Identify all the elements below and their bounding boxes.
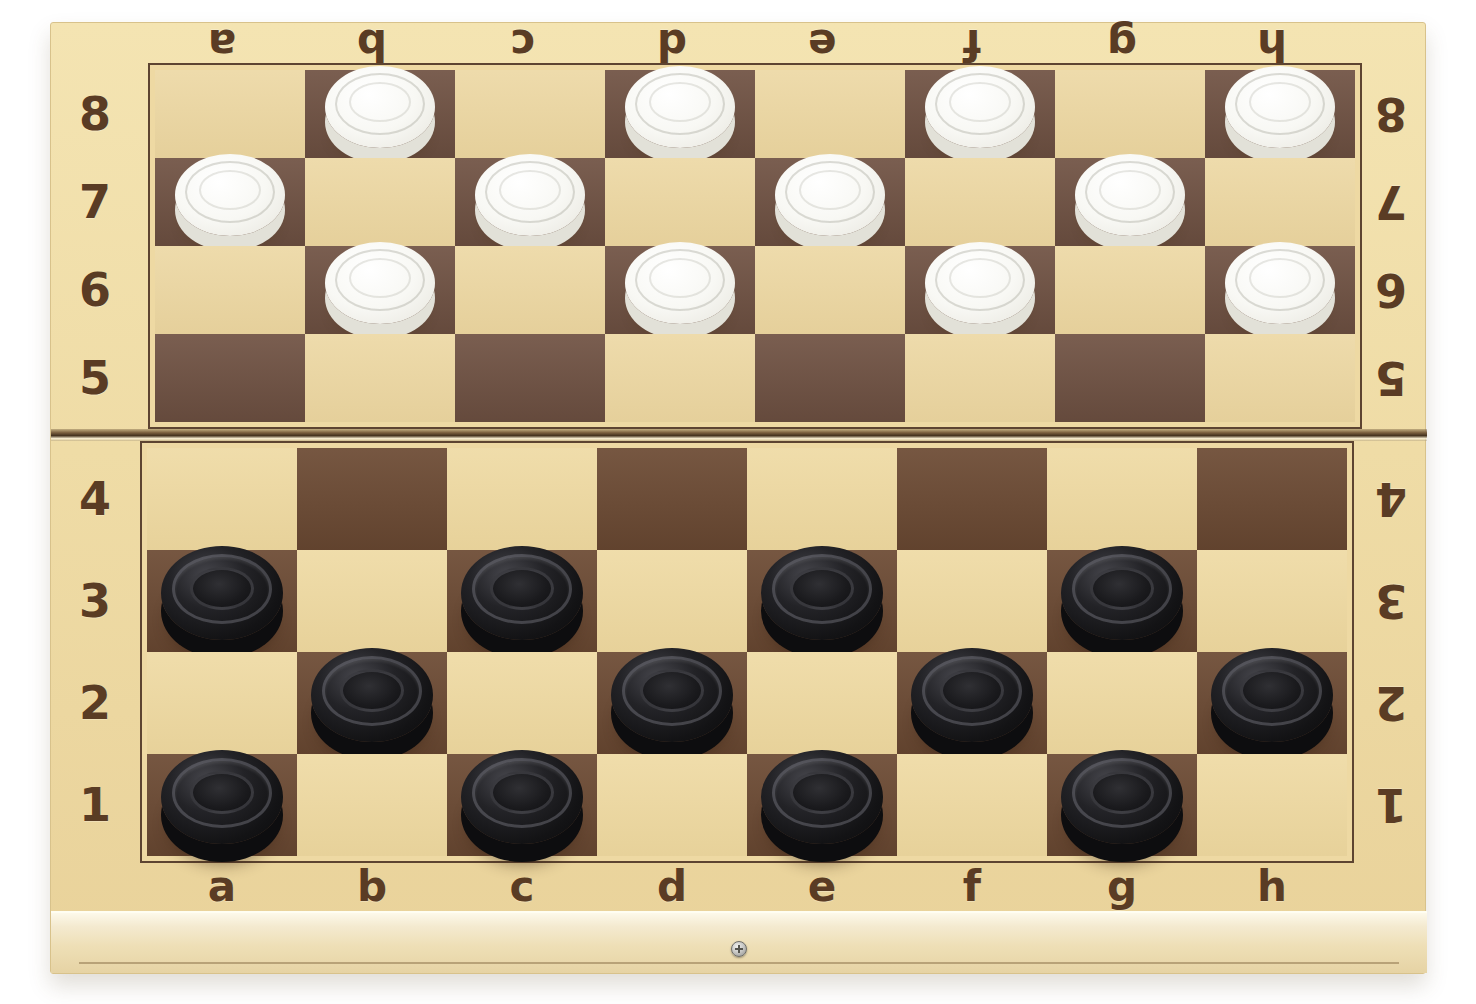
file-label-top-d: d bbox=[657, 23, 687, 65]
square-c5[interactable] bbox=[455, 334, 605, 422]
rank-labels-right-bottom: 4321 bbox=[1355, 441, 1427, 863]
white-checker-b8[interactable] bbox=[325, 66, 435, 148]
square-e6[interactable] bbox=[755, 246, 905, 334]
white-checker-d6[interactable] bbox=[625, 242, 735, 324]
black-checker-a1[interactable] bbox=[161, 750, 283, 844]
file-label-bottom-c: c bbox=[510, 866, 535, 908]
white-checker-f8[interactable] bbox=[925, 66, 1035, 148]
square-c1[interactable] bbox=[447, 754, 597, 856]
file-label-bottom-g: g bbox=[1107, 866, 1137, 908]
board-photo: abcdefgh 8765 8765 4321 4321 abcdefgh bbox=[0, 0, 1476, 1004]
rank-label-left-2: 2 bbox=[79, 680, 111, 726]
black-checker-g1[interactable] bbox=[1061, 750, 1183, 844]
white-checker-e7[interactable] bbox=[775, 154, 885, 236]
square-f5[interactable] bbox=[905, 334, 1055, 422]
square-d3[interactable] bbox=[597, 550, 747, 652]
square-f8[interactable] bbox=[905, 70, 1055, 158]
square-e7[interactable] bbox=[755, 158, 905, 246]
square-d8[interactable] bbox=[605, 70, 755, 158]
square-e4[interactable] bbox=[747, 448, 897, 550]
square-c3[interactable] bbox=[447, 550, 597, 652]
square-g5[interactable] bbox=[1055, 334, 1205, 422]
square-f3[interactable] bbox=[897, 550, 1047, 652]
square-h1[interactable] bbox=[1197, 754, 1347, 856]
black-checker-c3[interactable] bbox=[461, 546, 583, 640]
rank-label-left-3: 3 bbox=[79, 578, 111, 624]
file-label-top-b: b bbox=[357, 23, 387, 65]
square-c4[interactable] bbox=[447, 448, 597, 550]
square-c6[interactable] bbox=[455, 246, 605, 334]
file-labels-bottom: abcdefgh bbox=[139, 863, 1355, 911]
square-e8[interactable] bbox=[755, 70, 905, 158]
white-checker-c7[interactable] bbox=[475, 154, 585, 236]
square-d4[interactable] bbox=[597, 448, 747, 550]
file-label-top-e: e bbox=[808, 23, 837, 65]
front-edge-groove bbox=[79, 962, 1400, 964]
square-e2[interactable] bbox=[747, 652, 897, 754]
square-h4[interactable] bbox=[1197, 448, 1347, 550]
file-label-bottom-a: a bbox=[208, 866, 236, 908]
rank-labels-left-bottom: 4321 bbox=[51, 441, 139, 863]
black-checker-a3[interactable] bbox=[161, 546, 283, 640]
checkers-board: abcdefgh 8765 8765 4321 4321 abcdefgh bbox=[50, 22, 1426, 974]
white-checker-h8[interactable] bbox=[1225, 66, 1335, 148]
board-upper-half bbox=[148, 63, 1362, 429]
square-f2[interactable] bbox=[897, 652, 1047, 754]
square-d5[interactable] bbox=[605, 334, 755, 422]
square-a5[interactable] bbox=[155, 334, 305, 422]
white-checker-d8[interactable] bbox=[625, 66, 735, 148]
board-lower-half bbox=[140, 441, 1354, 863]
rank-label-right-1: 1 bbox=[1375, 782, 1407, 828]
white-checker-f6[interactable] bbox=[925, 242, 1035, 324]
square-c2[interactable] bbox=[447, 652, 597, 754]
square-g7[interactable] bbox=[1055, 158, 1205, 246]
file-label-top-c: c bbox=[510, 23, 535, 65]
square-g6[interactable] bbox=[1055, 246, 1205, 334]
rank-labels-left-top: 8765 bbox=[51, 63, 139, 429]
rank-label-right-7: 7 bbox=[1375, 179, 1407, 225]
white-checker-b6[interactable] bbox=[325, 242, 435, 324]
square-d1[interactable] bbox=[597, 754, 747, 856]
square-c7[interactable] bbox=[455, 158, 605, 246]
rank-label-right-4: 4 bbox=[1375, 476, 1407, 522]
square-a3[interactable] bbox=[147, 550, 297, 652]
black-checker-c1[interactable] bbox=[461, 750, 583, 844]
square-b7[interactable] bbox=[305, 158, 455, 246]
black-checker-d2[interactable] bbox=[611, 648, 733, 742]
square-b2[interactable] bbox=[297, 652, 447, 754]
file-label-top-g: g bbox=[1107, 23, 1137, 65]
square-h3[interactable] bbox=[1197, 550, 1347, 652]
square-a1[interactable] bbox=[147, 754, 297, 856]
square-g2[interactable] bbox=[1047, 652, 1197, 754]
file-label-bottom-e: e bbox=[808, 866, 837, 908]
square-c8[interactable] bbox=[455, 70, 605, 158]
square-h7[interactable] bbox=[1205, 158, 1355, 246]
black-checker-h2[interactable] bbox=[1211, 648, 1333, 742]
rank-label-left-4: 4 bbox=[79, 476, 111, 522]
file-labels-top: abcdefgh bbox=[139, 23, 1355, 63]
hinge-seam bbox=[51, 429, 1427, 441]
square-g4[interactable] bbox=[1047, 448, 1197, 550]
square-a4[interactable] bbox=[147, 448, 297, 550]
rank-labels-right-top: 8765 bbox=[1355, 63, 1427, 429]
black-checker-e3[interactable] bbox=[761, 546, 883, 640]
square-h5[interactable] bbox=[1205, 334, 1355, 422]
square-b4[interactable] bbox=[297, 448, 447, 550]
square-g3[interactable] bbox=[1047, 550, 1197, 652]
rank-label-right-8: 8 bbox=[1375, 91, 1407, 137]
square-f1[interactable] bbox=[897, 754, 1047, 856]
square-d7[interactable] bbox=[605, 158, 755, 246]
black-checker-g3[interactable] bbox=[1061, 546, 1183, 640]
rank-label-right-2: 2 bbox=[1375, 680, 1407, 726]
file-label-top-f: f bbox=[963, 23, 981, 65]
hinge-screw-icon bbox=[731, 941, 747, 957]
square-h8[interactable] bbox=[1205, 70, 1355, 158]
square-b6[interactable] bbox=[305, 246, 455, 334]
white-checker-a7[interactable] bbox=[175, 154, 285, 236]
square-d6[interactable] bbox=[605, 246, 755, 334]
square-h6[interactable] bbox=[1205, 246, 1355, 334]
black-checker-b2[interactable] bbox=[311, 648, 433, 742]
rank-label-left-1: 1 bbox=[79, 782, 111, 828]
square-d2[interactable] bbox=[597, 652, 747, 754]
square-g1[interactable] bbox=[1047, 754, 1197, 856]
square-a2[interactable] bbox=[147, 652, 297, 754]
square-g8[interactable] bbox=[1055, 70, 1205, 158]
black-checker-e1[interactable] bbox=[761, 750, 883, 844]
square-f6[interactable] bbox=[905, 246, 1055, 334]
square-a6[interactable] bbox=[155, 246, 305, 334]
white-checker-g7[interactable] bbox=[1075, 154, 1185, 236]
square-a8[interactable] bbox=[155, 70, 305, 158]
file-label-bottom-d: d bbox=[657, 866, 687, 908]
square-e1[interactable] bbox=[747, 754, 897, 856]
file-label-bottom-f: f bbox=[963, 866, 981, 908]
square-b5[interactable] bbox=[305, 334, 455, 422]
rank-label-right-5: 5 bbox=[1375, 355, 1407, 401]
square-a7[interactable] bbox=[155, 158, 305, 246]
square-f7[interactable] bbox=[905, 158, 1055, 246]
file-label-bottom-b: b bbox=[357, 866, 387, 908]
square-e3[interactable] bbox=[747, 550, 897, 652]
rank-label-right-6: 6 bbox=[1375, 267, 1407, 313]
rank-label-left-7: 7 bbox=[79, 179, 111, 225]
file-label-top-a: a bbox=[208, 23, 236, 65]
square-b1[interactable] bbox=[297, 754, 447, 856]
rank-label-right-3: 3 bbox=[1375, 578, 1407, 624]
black-checker-f2[interactable] bbox=[911, 648, 1033, 742]
rank-label-left-6: 6 bbox=[79, 267, 111, 313]
rank-label-left-8: 8 bbox=[79, 91, 111, 137]
file-label-bottom-h: h bbox=[1257, 866, 1287, 908]
square-b8[interactable] bbox=[305, 70, 455, 158]
rank-label-left-5: 5 bbox=[79, 355, 111, 401]
board-front-edge bbox=[51, 911, 1427, 973]
square-h2[interactable] bbox=[1197, 652, 1347, 754]
square-b3[interactable] bbox=[297, 550, 447, 652]
file-label-top-h: h bbox=[1257, 23, 1287, 65]
white-checker-h6[interactable] bbox=[1225, 242, 1335, 324]
square-f4[interactable] bbox=[897, 448, 1047, 550]
square-e5[interactable] bbox=[755, 334, 905, 422]
